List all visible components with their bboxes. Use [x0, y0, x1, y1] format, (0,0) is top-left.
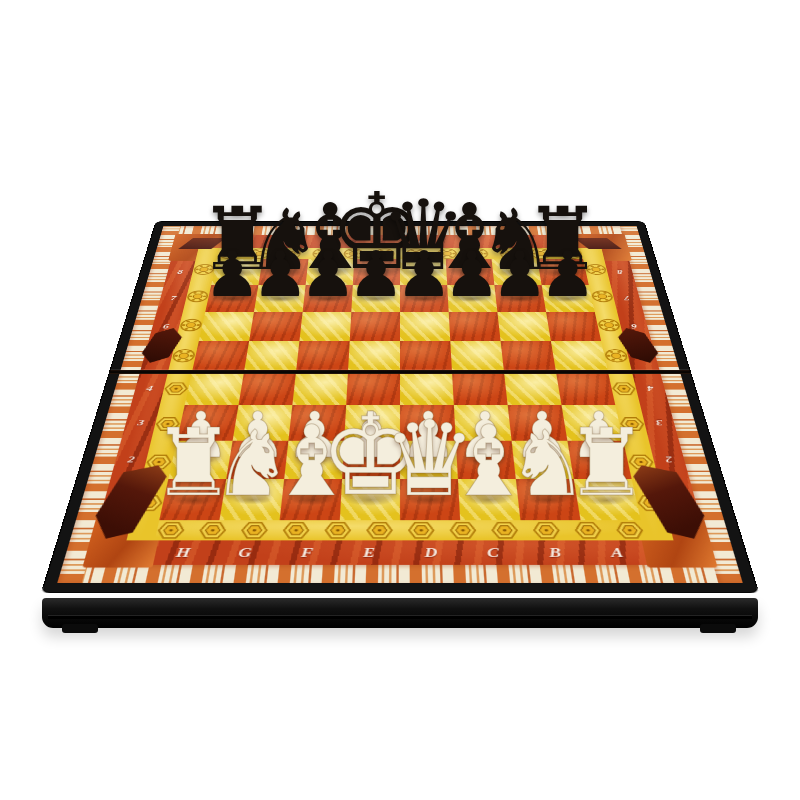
square-h5[interactable] — [192, 341, 249, 372]
piece-black-pawn[interactable]: ♟ — [539, 243, 596, 306]
square-c5[interactable] — [450, 341, 504, 372]
case-foot-right — [700, 624, 736, 633]
square-d5[interactable] — [400, 341, 452, 372]
square-b6[interactable] — [497, 312, 550, 341]
file-label: G — [212, 540, 277, 564]
photo-stage: HGFEDCBA HGFEDCBA 87654321 87654321 ♜♞♝♚… — [0, 0, 800, 800]
square-c6[interactable] — [449, 312, 501, 341]
plaid-border-bottom — [57, 565, 743, 583]
hexagon-motif-row-bottom — [148, 520, 653, 540]
square-g5[interactable] — [244, 341, 299, 372]
square-e5[interactable] — [348, 341, 400, 372]
square-f6[interactable] — [299, 312, 351, 341]
board-perspective-wrapper: HGFEDCBA HGFEDCBA 87654321 87654321 — [110, 82, 690, 662]
square-g6[interactable] — [249, 312, 302, 341]
file-label: B — [523, 540, 588, 564]
file-label: E — [337, 540, 400, 564]
square-e6[interactable] — [350, 312, 400, 341]
file-label: H — [149, 540, 216, 564]
file-labels-bottom: HGFEDCBA — [149, 540, 650, 564]
fold-seam — [109, 370, 690, 374]
piece-white-rook[interactable]: ♜ — [565, 417, 648, 510]
case-foot-left — [62, 624, 98, 633]
square-d6[interactable] — [400, 312, 450, 341]
square-a5[interactable] — [551, 341, 608, 372]
square-a6[interactable] — [546, 312, 601, 341]
file-label: F — [275, 540, 339, 564]
file-label: C — [461, 540, 525, 564]
square-f5[interactable] — [296, 341, 350, 372]
square-h6[interactable] — [199, 312, 254, 341]
square-b5[interactable] — [501, 341, 556, 372]
file-label: A — [584, 540, 651, 564]
file-label: D — [400, 540, 463, 564]
